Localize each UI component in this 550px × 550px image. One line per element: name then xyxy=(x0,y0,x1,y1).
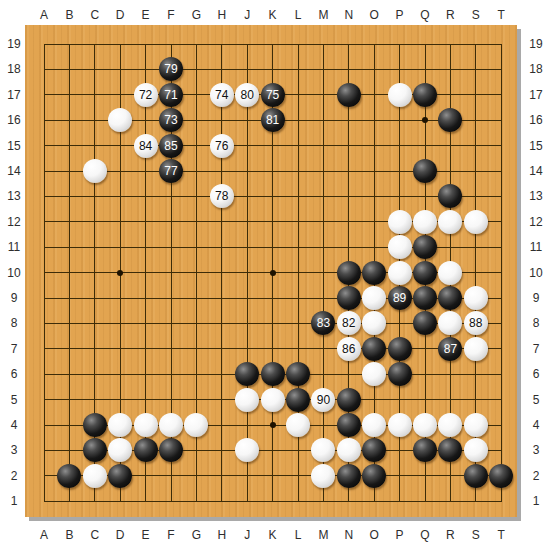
coord-label-right-10: 10 xyxy=(523,267,549,279)
stone-black-Q14 xyxy=(413,159,437,183)
move-number-83: 83 xyxy=(317,317,330,329)
stone-black-C4 xyxy=(83,413,107,437)
coord-label-top-E: E xyxy=(136,9,156,21)
coord-label-left-16: 16 xyxy=(1,114,27,126)
stone-white-O9 xyxy=(362,286,386,310)
coord-label-left-11: 11 xyxy=(1,241,27,253)
stone-white-P11 xyxy=(388,235,412,259)
move-number-90: 90 xyxy=(317,394,330,406)
move-number-89: 89 xyxy=(393,292,406,304)
coord-label-left-1: 1 xyxy=(1,495,27,507)
coord-label-top-A: A xyxy=(34,9,54,21)
stone-white-S7 xyxy=(464,337,488,361)
star-point-K10 xyxy=(270,270,276,276)
coord-label-left-7: 7 xyxy=(1,343,27,355)
coord-label-left-17: 17 xyxy=(1,89,27,101)
coord-label-bottom-J: J xyxy=(237,529,257,541)
coord-label-left-6: 6 xyxy=(1,368,27,380)
coord-label-right-2: 2 xyxy=(523,470,549,482)
stone-white-D4 xyxy=(108,413,132,437)
coord-label-right-18: 18 xyxy=(523,63,549,75)
move-number-87: 87 xyxy=(444,343,457,355)
coord-label-bottom-K: K xyxy=(263,529,283,541)
coord-label-right-13: 13 xyxy=(523,190,549,202)
coord-label-left-4: 4 xyxy=(1,419,27,431)
coord-label-top-P: P xyxy=(390,9,410,21)
stone-white-L4 xyxy=(286,413,310,437)
coord-label-left-9: 9 xyxy=(1,292,27,304)
stone-black-N9 xyxy=(337,286,361,310)
stone-black-O2 xyxy=(362,464,386,488)
stone-white-P12 xyxy=(388,210,412,234)
coord-label-right-19: 19 xyxy=(523,38,549,50)
coord-label-bottom-O: O xyxy=(364,529,384,541)
coord-label-left-19: 19 xyxy=(1,38,27,50)
stone-black-F16: 73 xyxy=(159,108,183,132)
stone-black-O7 xyxy=(362,337,386,361)
stone-white-R10 xyxy=(438,261,462,285)
stone-black-P7 xyxy=(388,337,412,361)
stone-white-K5 xyxy=(261,388,285,412)
stone-black-E3 xyxy=(134,438,158,462)
stone-black-P6 xyxy=(388,362,412,386)
move-number-82: 82 xyxy=(342,317,355,329)
coord-label-bottom-R: R xyxy=(440,529,460,541)
star-point-K4 xyxy=(270,422,276,428)
stone-white-P17 xyxy=(388,83,412,107)
coord-label-bottom-F: F xyxy=(161,529,181,541)
coord-label-right-4: 4 xyxy=(523,419,549,431)
coord-label-left-3: 3 xyxy=(1,444,27,456)
stone-white-C14 xyxy=(83,159,107,183)
coord-label-bottom-S: S xyxy=(466,529,486,541)
coord-label-right-8: 8 xyxy=(523,317,549,329)
coord-label-left-15: 15 xyxy=(1,140,27,152)
coord-label-right-7: 7 xyxy=(523,343,549,355)
go-diagram: AABBCCDDEEFFGGHHJJKKLLMMNNOOPPQQRRSSTT19… xyxy=(0,0,550,550)
stone-black-Q10 xyxy=(413,261,437,285)
coord-label-bottom-P: P xyxy=(390,529,410,541)
coord-label-left-8: 8 xyxy=(1,317,27,329)
coord-label-right-3: 3 xyxy=(523,444,549,456)
stone-black-F17: 71 xyxy=(159,83,183,107)
stone-black-L5 xyxy=(286,388,310,412)
coord-label-bottom-M: M xyxy=(313,529,333,541)
coord-label-top-F: F xyxy=(161,9,181,21)
stone-black-K17: 75 xyxy=(261,83,285,107)
stone-black-L6 xyxy=(286,362,310,386)
stone-white-N7: 86 xyxy=(337,337,361,361)
stone-white-M5: 90 xyxy=(311,388,335,412)
coord-label-bottom-Q: Q xyxy=(415,529,435,541)
stone-black-N10 xyxy=(337,261,361,285)
stone-black-P9: 89 xyxy=(388,286,412,310)
coord-label-bottom-A: A xyxy=(34,529,54,541)
move-number-78: 78 xyxy=(215,190,228,202)
stone-black-D2 xyxy=(108,464,132,488)
grid-line-horizontal xyxy=(44,348,502,349)
stone-white-O4 xyxy=(362,413,386,437)
coord-label-right-14: 14 xyxy=(523,165,549,177)
stone-white-Q12 xyxy=(413,210,437,234)
coord-label-left-18: 18 xyxy=(1,63,27,75)
coord-label-bottom-E: E xyxy=(136,529,156,541)
stone-black-N4 xyxy=(337,413,361,437)
grid-line-vertical xyxy=(323,44,324,502)
stone-black-Q11 xyxy=(413,235,437,259)
stone-white-S9 xyxy=(464,286,488,310)
stone-white-F4 xyxy=(159,413,183,437)
move-number-73: 73 xyxy=(164,114,177,126)
stone-black-O10 xyxy=(362,261,386,285)
coord-label-right-9: 9 xyxy=(523,292,549,304)
coord-label-right-17: 17 xyxy=(523,89,549,101)
move-number-79: 79 xyxy=(164,63,177,75)
coord-label-top-O: O xyxy=(364,9,384,21)
coord-label-bottom-C: C xyxy=(85,529,105,541)
coord-label-right-6: 6 xyxy=(523,368,549,380)
coord-label-top-M: M xyxy=(313,9,333,21)
move-number-84: 84 xyxy=(139,140,152,152)
stone-white-H17: 74 xyxy=(210,83,234,107)
coord-label-top-T: T xyxy=(491,9,511,21)
stone-white-J5 xyxy=(235,388,259,412)
coord-label-top-D: D xyxy=(110,9,130,21)
coord-label-top-C: C xyxy=(85,9,105,21)
move-number-86: 86 xyxy=(342,343,355,355)
stone-white-P4 xyxy=(388,413,412,437)
stone-black-S2 xyxy=(464,464,488,488)
coord-label-left-2: 2 xyxy=(1,470,27,482)
stone-white-E15: 84 xyxy=(134,134,158,158)
stone-black-F14: 77 xyxy=(159,159,183,183)
stone-white-Q4 xyxy=(413,413,437,437)
coord-label-bottom-D: D xyxy=(110,529,130,541)
stone-white-S4 xyxy=(464,413,488,437)
move-number-80: 80 xyxy=(241,89,254,101)
stone-white-H15: 76 xyxy=(210,134,234,158)
coord-label-top-H: H xyxy=(212,9,232,21)
move-number-81: 81 xyxy=(266,114,279,126)
coord-label-bottom-N: N xyxy=(339,529,359,541)
coord-label-top-R: R xyxy=(440,9,460,21)
coord-label-bottom-B: B xyxy=(59,529,79,541)
stone-black-N5 xyxy=(337,388,361,412)
star-point-D10 xyxy=(117,270,123,276)
coord-label-right-16: 16 xyxy=(523,114,549,126)
coord-label-bottom-L: L xyxy=(288,529,308,541)
stone-white-E17: 72 xyxy=(134,83,158,107)
coord-label-top-B: B xyxy=(59,9,79,21)
coord-label-bottom-G: G xyxy=(186,529,206,541)
coord-label-top-G: G xyxy=(186,9,206,21)
coord-label-left-12: 12 xyxy=(1,216,27,228)
stone-black-N2 xyxy=(337,464,361,488)
stone-black-Q17 xyxy=(413,83,437,107)
move-number-85: 85 xyxy=(164,140,177,152)
coord-label-right-5: 5 xyxy=(523,394,549,406)
move-number-88: 88 xyxy=(469,317,482,329)
move-number-75: 75 xyxy=(266,89,279,101)
stone-white-S12 xyxy=(464,210,488,234)
stone-black-T2 xyxy=(489,464,513,488)
grid-line-horizontal xyxy=(44,501,502,502)
stone-black-Q9 xyxy=(413,286,437,310)
coord-label-top-S: S xyxy=(466,9,486,21)
coord-label-right-11: 11 xyxy=(523,241,549,253)
stone-white-C2 xyxy=(83,464,107,488)
coord-label-left-13: 13 xyxy=(1,190,27,202)
coord-label-bottom-H: H xyxy=(212,529,232,541)
coord-label-right-12: 12 xyxy=(523,216,549,228)
coord-label-top-K: K xyxy=(263,9,283,21)
stone-black-N17 xyxy=(337,83,361,107)
coord-label-top-N: N xyxy=(339,9,359,21)
coord-label-top-J: J xyxy=(237,9,257,21)
coord-label-left-10: 10 xyxy=(1,267,27,279)
stone-white-E4 xyxy=(134,413,158,437)
stone-white-J17: 80 xyxy=(235,83,259,107)
stone-white-P10 xyxy=(388,261,412,285)
move-number-74: 74 xyxy=(215,89,228,101)
grid-line-vertical xyxy=(501,44,502,502)
coord-label-left-14: 14 xyxy=(1,165,27,177)
coord-label-left-5: 5 xyxy=(1,394,27,406)
coord-label-top-L: L xyxy=(288,9,308,21)
stone-black-K16: 81 xyxy=(261,108,285,132)
coord-label-right-1: 1 xyxy=(523,495,549,507)
move-number-72: 72 xyxy=(139,89,152,101)
coord-label-right-15: 15 xyxy=(523,140,549,152)
move-number-77: 77 xyxy=(164,165,177,177)
coord-label-top-Q: Q xyxy=(415,9,435,21)
coord-label-bottom-T: T xyxy=(491,529,511,541)
stone-black-F15: 85 xyxy=(159,134,183,158)
move-number-71: 71 xyxy=(164,89,177,101)
stone-black-K6 xyxy=(261,362,285,386)
move-number-76: 76 xyxy=(215,140,228,152)
